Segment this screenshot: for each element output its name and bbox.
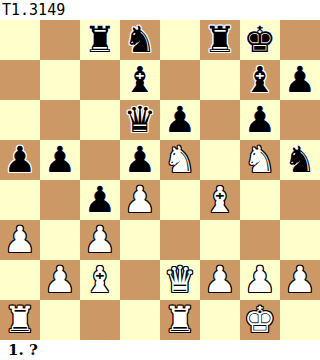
- square-g2[interactable]: ♟: [240, 260, 280, 300]
- chess-puzzle-app: T1.3149 ♜♞♜♚♝♝♟♛♟♟♟♟♟♞♞♞♟♟♝♟♟♟♝♛♟♟♟♜♜♚ 1…: [0, 0, 320, 360]
- square-d7[interactable]: ♝: [120, 60, 160, 100]
- square-f1[interactable]: [200, 300, 240, 340]
- white-king: ♚: [244, 300, 276, 340]
- square-e4[interactable]: [160, 180, 200, 220]
- black-pawn: ♟: [124, 140, 156, 180]
- square-h2[interactable]: ♟: [280, 260, 320, 300]
- square-g3[interactable]: [240, 220, 280, 260]
- white-pawn: ♟: [244, 260, 276, 300]
- square-f8[interactable]: ♜: [200, 20, 240, 60]
- white-pawn: ♟: [44, 260, 76, 300]
- square-d1[interactable]: [120, 300, 160, 340]
- black-king: ♚: [244, 20, 276, 60]
- square-g6[interactable]: ♟: [240, 100, 280, 140]
- square-d2[interactable]: [120, 260, 160, 300]
- white-pawn: ♟: [124, 180, 156, 220]
- square-e2[interactable]: ♛: [160, 260, 200, 300]
- square-f4[interactable]: ♝: [200, 180, 240, 220]
- square-c8[interactable]: ♜: [80, 20, 120, 60]
- white-queen: ♛: [164, 260, 196, 300]
- square-b1[interactable]: [40, 300, 80, 340]
- move-prompt-label: 1. ?: [0, 340, 320, 360]
- square-b2[interactable]: ♟: [40, 260, 80, 300]
- square-b3[interactable]: [40, 220, 80, 260]
- square-a5[interactable]: ♟: [0, 140, 40, 180]
- square-f2[interactable]: ♟: [200, 260, 240, 300]
- square-d8[interactable]: ♞: [120, 20, 160, 60]
- square-b7[interactable]: [40, 60, 80, 100]
- black-pawn: ♟: [84, 180, 116, 220]
- black-pawn: ♟: [44, 140, 76, 180]
- black-bishop: ♝: [124, 60, 156, 100]
- white-rook: ♜: [164, 300, 196, 340]
- square-a2[interactable]: [0, 260, 40, 300]
- square-f7[interactable]: [200, 60, 240, 100]
- square-a8[interactable]: [0, 20, 40, 60]
- square-a4[interactable]: [0, 180, 40, 220]
- square-h1[interactable]: [280, 300, 320, 340]
- black-pawn: ♟: [284, 60, 316, 100]
- square-e5[interactable]: ♞: [160, 140, 200, 180]
- square-d6[interactable]: ♛: [120, 100, 160, 140]
- square-g4[interactable]: [240, 180, 280, 220]
- black-knight: ♞: [124, 20, 156, 60]
- square-c7[interactable]: [80, 60, 120, 100]
- square-e1[interactable]: ♜: [160, 300, 200, 340]
- black-pawn: ♟: [4, 140, 36, 180]
- white-pawn: ♟: [284, 260, 316, 300]
- square-c2[interactable]: ♝: [80, 260, 120, 300]
- black-pawn: ♟: [164, 100, 196, 140]
- square-c6[interactable]: [80, 100, 120, 140]
- square-g1[interactable]: ♚: [240, 300, 280, 340]
- square-h3[interactable]: [280, 220, 320, 260]
- square-a6[interactable]: [0, 100, 40, 140]
- square-g5[interactable]: ♞: [240, 140, 280, 180]
- square-d3[interactable]: [120, 220, 160, 260]
- square-b5[interactable]: ♟: [40, 140, 80, 180]
- chess-board: ♜♞♜♚♝♝♟♛♟♟♟♟♟♞♞♞♟♟♝♟♟♟♝♛♟♟♟♜♜♚: [0, 20, 320, 340]
- square-a1[interactable]: ♜: [0, 300, 40, 340]
- square-h6[interactable]: [280, 100, 320, 140]
- square-b4[interactable]: [40, 180, 80, 220]
- white-bishop: ♝: [84, 260, 116, 300]
- square-b8[interactable]: [40, 20, 80, 60]
- square-d5[interactable]: ♟: [120, 140, 160, 180]
- square-e8[interactable]: [160, 20, 200, 60]
- square-e3[interactable]: [160, 220, 200, 260]
- square-e7[interactable]: [160, 60, 200, 100]
- square-h5[interactable]: ♞: [280, 140, 320, 180]
- square-a7[interactable]: [0, 60, 40, 100]
- black-pawn: ♟: [244, 100, 276, 140]
- square-f3[interactable]: [200, 220, 240, 260]
- square-d4[interactable]: ♟: [120, 180, 160, 220]
- white-knight: ♞: [244, 140, 276, 180]
- square-b6[interactable]: [40, 100, 80, 140]
- square-e6[interactable]: ♟: [160, 100, 200, 140]
- square-h8[interactable]: [280, 20, 320, 60]
- square-a3[interactable]: ♟: [0, 220, 40, 260]
- square-f5[interactable]: [200, 140, 240, 180]
- black-knight: ♞: [284, 140, 316, 180]
- square-c4[interactable]: ♟: [80, 180, 120, 220]
- puzzle-id-label: T1.3149: [0, 0, 320, 20]
- white-bishop: ♝: [204, 180, 236, 220]
- black-rook: ♜: [204, 20, 236, 60]
- white-knight: ♞: [164, 140, 196, 180]
- square-h4[interactable]: [280, 180, 320, 220]
- black-rook: ♜: [84, 20, 116, 60]
- white-pawn: ♟: [204, 260, 236, 300]
- white-pawn: ♟: [84, 220, 116, 260]
- square-f6[interactable]: [200, 100, 240, 140]
- white-pawn: ♟: [4, 220, 36, 260]
- square-h7[interactable]: ♟: [280, 60, 320, 100]
- black-queen: ♛: [124, 100, 156, 140]
- square-c1[interactable]: [80, 300, 120, 340]
- square-g7[interactable]: ♝: [240, 60, 280, 100]
- square-c3[interactable]: ♟: [80, 220, 120, 260]
- white-rook: ♜: [4, 300, 36, 340]
- square-g8[interactable]: ♚: [240, 20, 280, 60]
- square-c5[interactable]: [80, 140, 120, 180]
- black-bishop: ♝: [244, 60, 276, 100]
